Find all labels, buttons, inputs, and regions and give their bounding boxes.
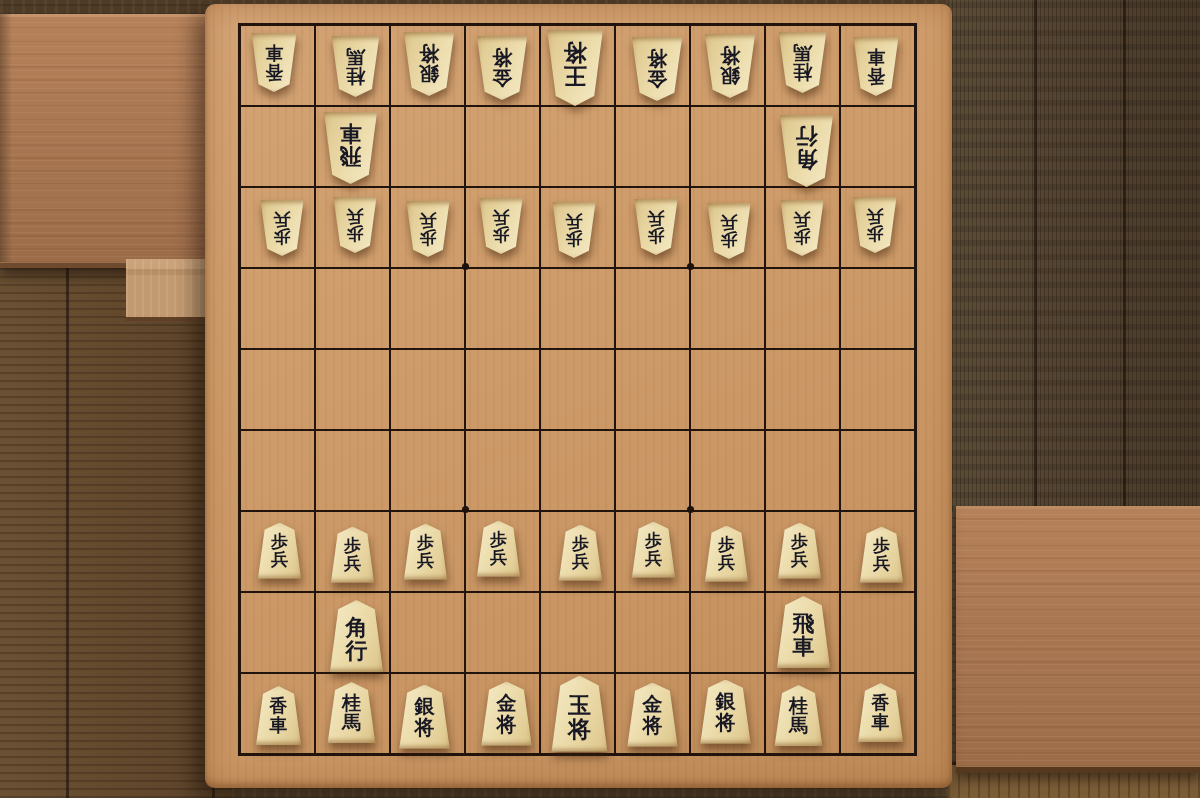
- board-cell[interactable]: 歩兵: [765, 511, 840, 592]
- board-cell[interactable]: 香車: [840, 673, 915, 754]
- board-cell[interactable]: [465, 268, 540, 349]
- hoshi-point: [687, 506, 694, 513]
- piece-gote-pawn[interactable]: 歩兵: [331, 197, 379, 253]
- board-cell[interactable]: [840, 592, 915, 673]
- piece-kanji-label: 香車: [254, 686, 304, 745]
- piece-gote-pawn[interactable]: 歩兵: [477, 198, 525, 254]
- piece-sente-knight[interactable]: 桂馬: [772, 685, 825, 746]
- piece-sente-lance[interactable]: 香車: [856, 683, 906, 742]
- board-cell[interactable]: [540, 268, 615, 349]
- board-cell[interactable]: [240, 592, 315, 673]
- piece-gote-rook[interactable]: 飛車: [321, 112, 380, 179]
- piece-kanji-label: 飛車: [774, 596, 833, 668]
- bench-right: [956, 506, 1200, 773]
- piece-kanji-label: 香車: [249, 33, 299, 92]
- piece-kanji-label: 飛車: [321, 112, 380, 184]
- board-cell[interactable]: [390, 268, 465, 349]
- piece-kanji-label: 王将: [544, 30, 606, 106]
- piece-kanji-label: 桂馬: [776, 32, 829, 93]
- piece-kanji-label: 歩兵: [632, 199, 680, 255]
- board-cell[interactable]: 銀将: [390, 25, 465, 106]
- board-cell[interactable]: 角行: [315, 592, 390, 673]
- board-cell[interactable]: 歩兵: [390, 511, 465, 592]
- piece-kanji-label: 歩兵: [331, 197, 379, 253]
- board-cell[interactable]: 銀将: [390, 673, 465, 754]
- bench-left-shadow: [0, 14, 12, 262]
- piece-kanji-label: 銀将: [702, 34, 758, 98]
- board-cell[interactable]: [465, 349, 540, 430]
- hoshi-point: [462, 263, 469, 270]
- board-cell[interactable]: [390, 592, 465, 673]
- board-cell[interactable]: 金将: [615, 25, 690, 106]
- piece-sente-gold[interactable]: 金将: [479, 682, 535, 746]
- piece-sente-silver[interactable]: 銀将: [698, 680, 754, 744]
- board-cell[interactable]: [765, 349, 840, 430]
- hoshi-point: [462, 506, 469, 513]
- board-cell[interactable]: [765, 430, 840, 511]
- piece-kanji-label: 桂馬: [329, 36, 382, 97]
- board-cell[interactable]: 桂馬: [765, 673, 840, 754]
- piece-gote-silver[interactable]: 銀将: [702, 34, 758, 98]
- board-cell[interactable]: 歩兵: [390, 187, 465, 268]
- piece-sente-pawn[interactable]: 歩兵: [703, 526, 751, 582]
- bench-left: [0, 14, 228, 268]
- piece-sente-bishop[interactable]: 角行: [327, 600, 386, 667]
- piece-gote-pawn[interactable]: 歩兵: [550, 202, 598, 258]
- piece-sente-pawn[interactable]: 歩兵: [776, 523, 824, 579]
- piece-kanji-label: 歩兵: [705, 203, 753, 259]
- piece-kanji-label: 歩兵: [776, 523, 824, 579]
- board-cell[interactable]: [390, 349, 465, 430]
- piece-kanji-label: 歩兵: [703, 526, 751, 582]
- board-cell[interactable]: 歩兵: [240, 187, 315, 268]
- board-cell[interactable]: 歩兵: [540, 511, 615, 592]
- piece-kanji-label: 金将: [479, 682, 535, 746]
- board-cell[interactable]: [690, 268, 765, 349]
- piece-gote-gold[interactable]: 金将: [629, 37, 685, 101]
- piece-kanji-label: 歩兵: [258, 200, 306, 256]
- piece-kanji-label: 桂馬: [325, 682, 378, 743]
- piece-sente-pawn[interactable]: 歩兵: [858, 527, 906, 583]
- board-cell[interactable]: [690, 106, 765, 187]
- piece-sente-lance[interactable]: 香車: [254, 686, 304, 745]
- shogi-board: 香車桂馬銀将金将王将金将銀将桂馬香車飛車角行歩兵歩兵歩兵歩兵歩兵歩兵歩兵歩兵歩兵…: [205, 4, 952, 788]
- piece-kanji-label: 角行: [327, 600, 386, 672]
- piece-kanji-label: 銀将: [401, 32, 457, 96]
- board-cell[interactable]: [840, 349, 915, 430]
- piece-sente-pawn[interactable]: 歩兵: [557, 525, 605, 581]
- board-cell[interactable]: 金将: [465, 25, 540, 106]
- piece-kanji-label: 歩兵: [256, 523, 304, 579]
- piece-kanji-label: 歩兵: [402, 524, 450, 580]
- piece-sente-silver[interactable]: 銀将: [397, 685, 453, 749]
- piece-kanji-label: 歩兵: [778, 200, 826, 256]
- hoshi-point: [687, 263, 694, 270]
- board-cell[interactable]: 金将: [465, 673, 540, 754]
- piece-sente-pawn[interactable]: 歩兵: [402, 524, 450, 580]
- board-cell[interactable]: 銀将: [690, 673, 765, 754]
- piece-kanji-label: 桂馬: [772, 685, 825, 746]
- board-cell[interactable]: 香車: [240, 673, 315, 754]
- piece-gote-gold[interactable]: 金将: [474, 36, 530, 100]
- board-cell[interactable]: 歩兵: [765, 187, 840, 268]
- piece-gote-bishop[interactable]: 角行: [777, 115, 836, 182]
- board-cell[interactable]: 歩兵: [840, 511, 915, 592]
- board-cell[interactable]: [315, 349, 390, 430]
- piece-kanji-label: 銀将: [397, 685, 453, 749]
- piece-kanji-label: 金将: [629, 37, 685, 101]
- piece-gote-pawn[interactable]: 歩兵: [705, 203, 753, 259]
- board-cell[interactable]: 歩兵: [690, 511, 765, 592]
- board-cell[interactable]: [465, 430, 540, 511]
- piece-kanji-label: 玉将: [549, 676, 611, 752]
- board-cell[interactable]: 歩兵: [615, 187, 690, 268]
- board-cell[interactable]: [540, 592, 615, 673]
- board-cell[interactable]: 王将: [540, 25, 615, 106]
- piece-kanji-label: 金将: [474, 36, 530, 100]
- board-cell[interactable]: [465, 592, 540, 673]
- board-cell[interactable]: 香車: [240, 25, 315, 106]
- board-cell[interactable]: [240, 430, 315, 511]
- piece-gote-pawn[interactable]: 歩兵: [404, 201, 452, 257]
- board-cell[interactable]: [690, 349, 765, 430]
- board-cell[interactable]: [840, 430, 915, 511]
- piece-sente-pawn[interactable]: 歩兵: [475, 521, 523, 577]
- board-cell[interactable]: 歩兵: [465, 187, 540, 268]
- piece-kanji-label: 銀将: [698, 680, 754, 744]
- board-cell[interactable]: [765, 268, 840, 349]
- board-cell[interactable]: [615, 349, 690, 430]
- piece-kanji-label: 角行: [777, 115, 836, 187]
- photo-scene: 香車桂馬銀将金将王将金将銀将桂馬香車飛車角行歩兵歩兵歩兵歩兵歩兵歩兵歩兵歩兵歩兵…: [0, 0, 1200, 798]
- board-cell[interactable]: [840, 268, 915, 349]
- board-cell[interactable]: [465, 106, 540, 187]
- piece-gote-pawn[interactable]: 歩兵: [778, 200, 826, 256]
- board-cell[interactable]: [690, 430, 765, 511]
- board-cell[interactable]: 歩兵: [465, 511, 540, 592]
- piece-sente-king[interactable]: 玉将: [549, 676, 611, 746]
- board-cell[interactable]: 桂馬: [765, 25, 840, 106]
- board-cell[interactable]: [540, 349, 615, 430]
- piece-kanji-label: 歩兵: [404, 201, 452, 257]
- board-cell[interactable]: 銀将: [690, 25, 765, 106]
- board-cell[interactable]: [840, 106, 915, 187]
- board-cell[interactable]: 歩兵: [840, 187, 915, 268]
- piece-sente-rook[interactable]: 飛車: [774, 596, 833, 663]
- piece-sente-knight[interactable]: 桂馬: [325, 682, 378, 743]
- board-cell[interactable]: 歩兵: [540, 187, 615, 268]
- piece-kanji-label: 歩兵: [630, 522, 678, 578]
- piece-kanji-label: 歩兵: [475, 521, 523, 577]
- floor-right-planks: [948, 0, 1200, 512]
- piece-kanji-label: 歩兵: [477, 198, 525, 254]
- board-cell[interactable]: 金将: [615, 673, 690, 754]
- piece-gote-lance[interactable]: 香車: [249, 33, 299, 92]
- board-cell[interactable]: [390, 106, 465, 187]
- board-cell[interactable]: 玉将: [540, 673, 615, 754]
- board-cell[interactable]: [615, 268, 690, 349]
- piece-gote-silver[interactable]: 銀将: [401, 32, 457, 96]
- board-cell[interactable]: 歩兵: [315, 187, 390, 268]
- piece-kanji-label: 歩兵: [851, 197, 899, 253]
- piece-kanji-label: 香車: [851, 37, 901, 96]
- board-cell[interactable]: 歩兵: [240, 511, 315, 592]
- piece-gote-pawn[interactable]: 歩兵: [258, 200, 306, 256]
- board-cell[interactable]: [390, 430, 465, 511]
- board-cell[interactable]: 歩兵: [315, 511, 390, 592]
- piece-kanji-label: 歩兵: [329, 527, 377, 583]
- piece-gote-king[interactable]: 王将: [544, 30, 606, 100]
- board-cell[interactable]: 桂馬: [315, 673, 390, 754]
- board-cell[interactable]: 角行: [765, 106, 840, 187]
- piece-gote-lance[interactable]: 香車: [851, 37, 901, 96]
- piece-sente-gold[interactable]: 金将: [625, 683, 681, 747]
- piece-gote-pawn[interactable]: 歩兵: [632, 199, 680, 255]
- board-cell[interactable]: 桂馬: [315, 25, 390, 106]
- board-cell[interactable]: [240, 268, 315, 349]
- piece-sente-pawn[interactable]: 歩兵: [630, 522, 678, 578]
- piece-kanji-label: 歩兵: [858, 527, 906, 583]
- board-cell[interactable]: [540, 106, 615, 187]
- piece-gote-knight[interactable]: 桂馬: [329, 36, 382, 97]
- board-cell[interactable]: [615, 592, 690, 673]
- piece-kanji-label: 歩兵: [557, 525, 605, 581]
- floor-left-planks: [0, 258, 232, 798]
- board-cell[interactable]: [540, 430, 615, 511]
- board-cell[interactable]: [240, 349, 315, 430]
- board-cell[interactable]: 歩兵: [615, 511, 690, 592]
- piece-sente-pawn[interactable]: 歩兵: [329, 527, 377, 583]
- piece-sente-pawn[interactable]: 歩兵: [256, 523, 304, 579]
- piece-kanji-label: 香車: [856, 683, 906, 742]
- board-grid: 香車桂馬銀将金将王将金将銀将桂馬香車飛車角行歩兵歩兵歩兵歩兵歩兵歩兵歩兵歩兵歩兵…: [238, 23, 917, 756]
- board-cell[interactable]: 歩兵: [690, 187, 765, 268]
- board-cell[interactable]: [615, 106, 690, 187]
- board-cell[interactable]: [240, 106, 315, 187]
- board-cell[interactable]: [315, 268, 390, 349]
- piece-kanji-label: 金将: [625, 683, 681, 747]
- board-cell[interactable]: 飛車: [315, 106, 390, 187]
- board-cell[interactable]: 香車: [840, 25, 915, 106]
- piece-gote-knight[interactable]: 桂馬: [776, 32, 829, 93]
- board-cell[interactable]: [690, 592, 765, 673]
- board-cell[interactable]: [615, 430, 690, 511]
- board-cell[interactable]: [315, 430, 390, 511]
- piece-kanji-label: 歩兵: [550, 202, 598, 258]
- piece-gote-pawn[interactable]: 歩兵: [851, 197, 899, 253]
- board-cell[interactable]: 飛車: [765, 592, 840, 673]
